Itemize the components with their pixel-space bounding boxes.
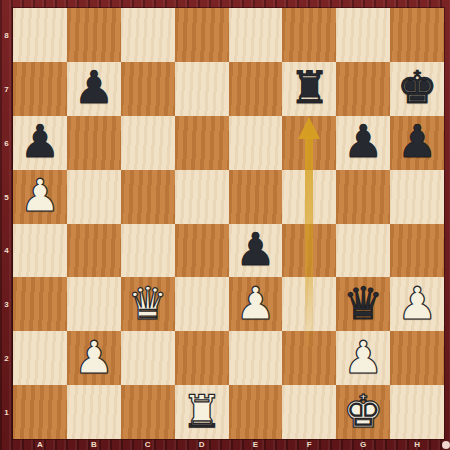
square-e3[interactable]: ♟ bbox=[229, 277, 283, 331]
white-queen[interactable]: ♛ bbox=[128, 281, 168, 326]
move-arrow-head bbox=[298, 117, 320, 139]
square-d6[interactable] bbox=[175, 116, 229, 170]
square-e1[interactable] bbox=[229, 385, 283, 439]
square-d1[interactable]: ♜ bbox=[175, 385, 229, 439]
file-label-b: B bbox=[84, 439, 104, 450]
square-c4[interactable] bbox=[121, 224, 175, 278]
white-pawn[interactable]: ♟ bbox=[74, 335, 114, 380]
square-g6[interactable]: ♟ bbox=[336, 116, 390, 170]
rank-labels: 87654321 bbox=[0, 8, 13, 439]
square-a3[interactable] bbox=[13, 277, 67, 331]
square-a6[interactable]: ♟ bbox=[13, 116, 67, 170]
square-a4[interactable] bbox=[13, 224, 67, 278]
square-e8[interactable] bbox=[229, 8, 283, 62]
white-pawn[interactable]: ♟ bbox=[20, 173, 60, 218]
black-pawn[interactable]: ♟ bbox=[74, 65, 114, 110]
square-c3[interactable]: ♛ bbox=[121, 277, 175, 331]
square-c6[interactable] bbox=[121, 116, 175, 170]
file-label-e: E bbox=[245, 439, 265, 450]
square-h3[interactable]: ♟ bbox=[390, 277, 444, 331]
black-queen[interactable]: ♛ bbox=[343, 281, 383, 326]
square-g5[interactable] bbox=[336, 170, 390, 224]
white-king[interactable]: ♚ bbox=[343, 389, 383, 434]
square-e4[interactable]: ♟ bbox=[229, 224, 283, 278]
white-pawn[interactable]: ♟ bbox=[397, 281, 437, 326]
file-label-h: H bbox=[407, 439, 427, 450]
square-e6[interactable] bbox=[229, 116, 283, 170]
black-rook[interactable]: ♜ bbox=[289, 65, 329, 110]
file-label-f: F bbox=[299, 439, 319, 450]
square-d3[interactable] bbox=[175, 277, 229, 331]
move-arrow-body bbox=[305, 137, 313, 358]
square-e7[interactable] bbox=[229, 62, 283, 116]
square-b6[interactable] bbox=[67, 116, 121, 170]
square-g7[interactable] bbox=[336, 62, 390, 116]
white-rook[interactable]: ♜ bbox=[181, 389, 221, 434]
square-g3[interactable]: ♛ bbox=[336, 277, 390, 331]
square-g8[interactable] bbox=[336, 8, 390, 62]
file-label-a: A bbox=[30, 439, 50, 450]
chess-board: ♟♜♚♟♟♟♟♟♛♟♛♟♟♟♜♚ bbox=[13, 8, 444, 439]
file-labels: ABCDEFGH bbox=[13, 439, 444, 450]
black-pawn[interactable]: ♟ bbox=[397, 119, 437, 164]
square-h2[interactable] bbox=[390, 331, 444, 385]
square-b5[interactable] bbox=[67, 170, 121, 224]
square-d5[interactable] bbox=[175, 170, 229, 224]
square-e5[interactable] bbox=[229, 170, 283, 224]
square-g1[interactable]: ♚ bbox=[336, 385, 390, 439]
chess-diagram: ♟♜♚♟♟♟♟♟♛♟♛♟♟♟♜♚ 87654321 ABCDEFGH bbox=[0, 0, 450, 450]
black-pawn[interactable]: ♟ bbox=[235, 227, 275, 272]
black-pawn[interactable]: ♟ bbox=[343, 119, 383, 164]
square-c1[interactable] bbox=[121, 385, 175, 439]
square-a2[interactable] bbox=[13, 331, 67, 385]
rank-label-7: 7 bbox=[0, 85, 13, 94]
square-d2[interactable] bbox=[175, 331, 229, 385]
square-f7[interactable]: ♜ bbox=[282, 62, 336, 116]
square-c8[interactable] bbox=[121, 8, 175, 62]
white-pawn[interactable]: ♟ bbox=[343, 335, 383, 380]
square-h8[interactable] bbox=[390, 8, 444, 62]
square-h4[interactable] bbox=[390, 224, 444, 278]
rank-label-8: 8 bbox=[0, 31, 13, 40]
file-label-d: D bbox=[192, 439, 212, 450]
file-label-c: C bbox=[138, 439, 158, 450]
square-b1[interactable] bbox=[67, 385, 121, 439]
square-h7[interactable]: ♚ bbox=[390, 62, 444, 116]
square-a1[interactable] bbox=[13, 385, 67, 439]
rank-label-5: 5 bbox=[0, 193, 13, 202]
square-g4[interactable] bbox=[336, 224, 390, 278]
square-b3[interactable] bbox=[67, 277, 121, 331]
rank-label-2: 2 bbox=[0, 354, 13, 363]
square-d8[interactable] bbox=[175, 8, 229, 62]
black-king[interactable]: ♚ bbox=[397, 65, 437, 110]
square-b2[interactable]: ♟ bbox=[67, 331, 121, 385]
white-pawn[interactable]: ♟ bbox=[235, 281, 275, 326]
rank-label-3: 3 bbox=[0, 300, 13, 309]
square-b4[interactable] bbox=[67, 224, 121, 278]
rank-label-4: 4 bbox=[0, 246, 13, 255]
square-a7[interactable] bbox=[13, 62, 67, 116]
file-label-g: G bbox=[353, 439, 373, 450]
square-c2[interactable] bbox=[121, 331, 175, 385]
corner-marker-dot bbox=[442, 441, 450, 449]
square-f1[interactable] bbox=[282, 385, 336, 439]
rank-label-6: 6 bbox=[0, 139, 13, 148]
square-h1[interactable] bbox=[390, 385, 444, 439]
square-a5[interactable]: ♟ bbox=[13, 170, 67, 224]
square-h5[interactable] bbox=[390, 170, 444, 224]
square-d7[interactable] bbox=[175, 62, 229, 116]
square-g2[interactable]: ♟ bbox=[336, 331, 390, 385]
square-b7[interactable]: ♟ bbox=[67, 62, 121, 116]
black-pawn[interactable]: ♟ bbox=[20, 119, 60, 164]
square-h6[interactable]: ♟ bbox=[390, 116, 444, 170]
square-e2[interactable] bbox=[229, 331, 283, 385]
square-d4[interactable] bbox=[175, 224, 229, 278]
square-c7[interactable] bbox=[121, 62, 175, 116]
square-a8[interactable] bbox=[13, 8, 67, 62]
square-f8[interactable] bbox=[282, 8, 336, 62]
square-b8[interactable] bbox=[67, 8, 121, 62]
square-c5[interactable] bbox=[121, 170, 175, 224]
rank-label-1: 1 bbox=[0, 408, 13, 417]
